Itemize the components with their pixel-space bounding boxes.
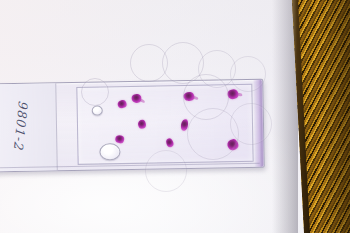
specimen-spot xyxy=(114,134,125,144)
specimen-spot xyxy=(179,118,188,131)
photo-microscope-slide: 9801-2 xyxy=(0,0,350,233)
specimen-spot xyxy=(226,138,239,151)
specimen-spot xyxy=(138,119,146,128)
specimen-spot xyxy=(165,137,174,148)
mounting-ring xyxy=(162,42,204,84)
mounting-ring xyxy=(130,44,168,82)
specimen-spot xyxy=(227,89,238,99)
specimen-spot xyxy=(131,92,143,103)
microscope-slide: 9801-2 xyxy=(0,79,265,173)
specimen-spots xyxy=(0,80,264,172)
specimen-spot xyxy=(183,91,195,101)
specimen-spot xyxy=(116,99,126,109)
